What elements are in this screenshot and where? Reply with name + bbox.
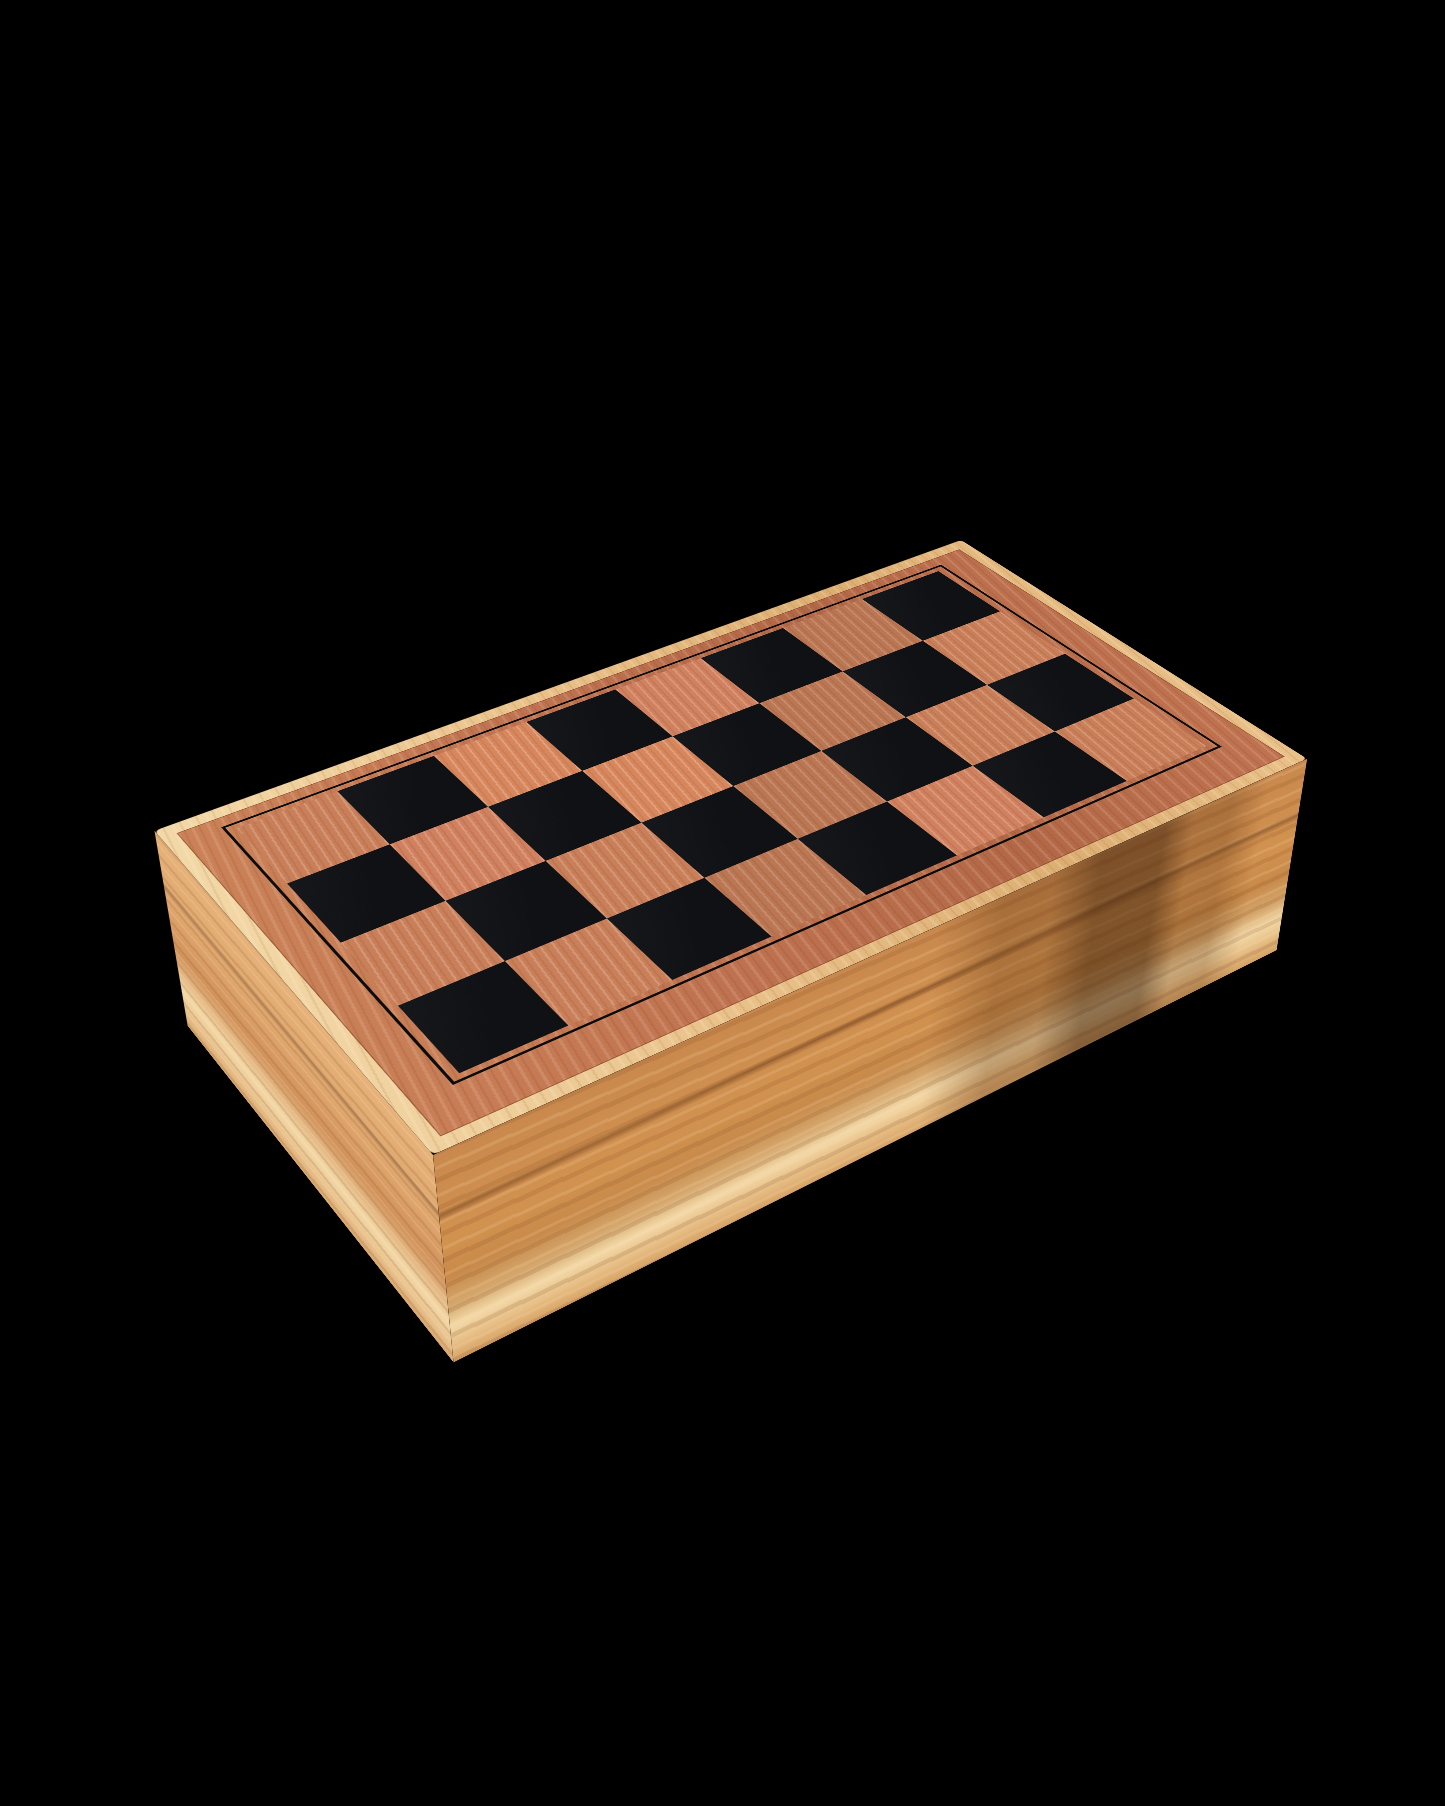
checker-square (641, 786, 797, 878)
product-photo-background (0, 0, 1445, 1806)
chessboard-box (154, 540, 1307, 1155)
checker-square (341, 901, 505, 1006)
checker-square (398, 961, 568, 1073)
checker-square (798, 802, 957, 895)
checker-square (704, 839, 866, 937)
checker-square (237, 791, 390, 883)
checker-square (390, 807, 546, 901)
checker-square (505, 918, 672, 1025)
checker-square (445, 861, 606, 961)
checker-square (607, 878, 772, 980)
checker-square (287, 844, 445, 942)
checker-square (546, 823, 705, 919)
